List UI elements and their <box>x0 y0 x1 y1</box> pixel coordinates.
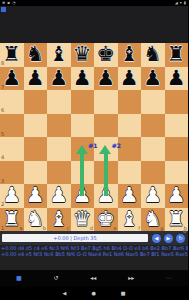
square-e2[interactable]: ♟ <box>94 184 118 208</box>
square-g8[interactable]: ♞ <box>141 43 165 67</box>
piece-black-pawn: ♟ <box>94 67 118 91</box>
square-a7[interactable]: ♟7 <box>0 67 24 91</box>
rank-label-7: 7 <box>1 85 4 90</box>
square-f8[interactable]: ♝ <box>118 43 142 67</box>
square-e6[interactable] <box>94 90 118 114</box>
square-h5[interactable] <box>165 114 189 138</box>
piece-black-knight: ♞ <box>141 43 165 67</box>
square-c7[interactable]: ♟ <box>47 67 71 91</box>
square-h7[interactable]: ♟ <box>165 67 189 91</box>
rank-label-2: 2 <box>1 202 4 207</box>
square-b7[interactable]: ♟ <box>24 67 48 91</box>
square-f7[interactable]: ♟ <box>118 67 142 91</box>
prev-move-button[interactable]: ◀ <box>152 234 161 243</box>
piece-black-pawn: ♟ <box>47 67 71 91</box>
square-c2[interactable]: ♟ <box>47 184 71 208</box>
piece-black-rook: ♜ <box>165 43 189 67</box>
piece-white-pawn: ♟ <box>165 184 189 208</box>
recents-button[interactable]: ■ <box>121 286 126 300</box>
rewind-icon[interactable]: ◂◂ <box>90 270 96 286</box>
square-d7[interactable]: ♟ <box>71 67 95 91</box>
square-f2[interactable]: ♟ <box>118 184 142 208</box>
android-nav-bar: ◀●■ <box>0 286 188 300</box>
play-button[interactable]: ▶ <box>164 234 173 243</box>
engine-line-2[interactable]: +0.00 e4 e5 Nf3 Nc6 Bb5 Nf6 O-O Nxe4 Re1… <box>0 251 188 257</box>
square-d4[interactable] <box>71 137 95 161</box>
square-f1[interactable]: ♝f <box>118 208 142 232</box>
square-h6[interactable] <box>165 90 189 114</box>
square-h2[interactable]: ♟ <box>165 184 189 208</box>
piece-white-pawn: ♟ <box>141 184 165 208</box>
square-b6[interactable] <box>24 90 48 114</box>
chess-board: ♜8♞♝♛♚♝♞♜♟7♟♟♟♟♟♟♟6543♟2♟♟♟♟♟♟♟♜1a♞b♝c♛d… <box>0 43 188 231</box>
square-b3[interactable] <box>24 161 48 185</box>
rank-label-4: 4 <box>1 155 4 160</box>
square-c5[interactable] <box>47 114 71 138</box>
home-button[interactable]: ● <box>91 286 95 300</box>
more-icon[interactable]: ⋯ <box>166 270 172 286</box>
piece-black-pawn: ♟ <box>24 67 48 91</box>
square-f3[interactable] <box>118 161 142 185</box>
piece-white-pawn: ♟ <box>24 184 48 208</box>
square-g6[interactable] <box>141 90 165 114</box>
square-a3[interactable]: 3 <box>0 161 24 185</box>
piece-black-king: ♚ <box>94 43 118 67</box>
square-a4[interactable]: 4 <box>0 137 24 161</box>
app-toolbar: ■↺◂◂▸▸⋯ <box>0 270 188 286</box>
move-list-panel[interactable] <box>0 6 188 43</box>
square-e7[interactable]: ♟ <box>94 67 118 91</box>
square-h3[interactable] <box>165 161 189 185</box>
square-a1[interactable]: ♜1a <box>0 208 24 232</box>
square-e3[interactable] <box>94 161 118 185</box>
square-g2[interactable]: ♟ <box>141 184 165 208</box>
square-c1[interactable]: ♝c <box>47 208 71 232</box>
square-e1[interactable]: ♚e <box>94 208 118 232</box>
square-h8[interactable]: ♜ <box>165 43 189 67</box>
piece-black-knight: ♞ <box>24 43 48 67</box>
square-g1[interactable]: ♞g <box>141 208 165 232</box>
piece-white-pawn: ♟ <box>94 184 118 208</box>
piece-white-pawn: ♟ <box>47 184 71 208</box>
fast-forward-icon[interactable]: ▸▸ <box>128 270 134 286</box>
analyze-button[interactable]: ↻ <box>176 234 185 243</box>
square-a2[interactable]: ♟2 <box>0 184 24 208</box>
square-e8[interactable]: ♚ <box>94 43 118 67</box>
engine-analysis-panel: +0.00 d4 d5 c4 e6 Nc3 Nf6 Nf3 Be7 Bg5 h6… <box>0 245 188 270</box>
square-a8[interactable]: ♜8 <box>0 43 24 67</box>
piece-black-pawn: ♟ <box>165 67 189 91</box>
rank-label-6: 6 <box>1 108 4 113</box>
square-g5[interactable] <box>141 114 165 138</box>
square-d5[interactable] <box>71 114 95 138</box>
square-b5[interactable] <box>24 114 48 138</box>
square-c4[interactable] <box>47 137 71 161</box>
square-b4[interactable] <box>24 137 48 161</box>
piece-white-pawn: ♟ <box>118 184 142 208</box>
square-d2[interactable]: ♟ <box>71 184 95 208</box>
piece-black-pawn: ♟ <box>118 67 142 91</box>
loop-icon[interactable]: ↺ <box>53 270 58 286</box>
rank-label-3: 3 <box>1 179 4 184</box>
piece-black-bishop: ♝ <box>47 43 71 67</box>
gear-icon[interactable]: ⚙ <box>183 229 187 234</box>
square-c8[interactable]: ♝ <box>47 43 71 67</box>
piece-white-pawn: ♟ <box>71 184 95 208</box>
square-g7[interactable]: ♟ <box>141 67 165 91</box>
engine-eval-depth-text: +0.00 | Depth 35 <box>2 234 148 242</box>
square-f6[interactable] <box>118 90 142 114</box>
rank-label-5: 5 <box>1 132 4 137</box>
square-g3[interactable] <box>141 161 165 185</box>
square-g4[interactable] <box>141 137 165 161</box>
stop-icon[interactable]: ■ <box>16 270 22 286</box>
back-button[interactable]: ◀ <box>63 286 67 300</box>
square-d1[interactable]: ♛d <box>71 208 95 232</box>
square-a6[interactable]: 6 <box>0 90 24 114</box>
square-d6[interactable] <box>71 90 95 114</box>
square-b2[interactable]: ♟ <box>24 184 48 208</box>
square-a5[interactable]: 5 <box>0 114 24 138</box>
move-cursor <box>1 7 6 12</box>
piece-black-bishop: ♝ <box>118 43 142 67</box>
engine-buttons: ◀▶↻ <box>152 234 185 243</box>
square-b8[interactable]: ♞ <box>24 43 48 67</box>
square-e4[interactable] <box>94 137 118 161</box>
engine-status-bar: +0.00 | Depth 35 ◀▶↻ ⚙ <box>0 231 188 245</box>
square-d3[interactable] <box>71 161 95 185</box>
piece-black-pawn: ♟ <box>141 67 165 91</box>
square-d8[interactable]: ♛ <box>71 43 95 67</box>
rank-label-8: 8 <box>1 61 4 66</box>
square-f5[interactable] <box>118 114 142 138</box>
piece-black-queen: ♛ <box>71 43 95 67</box>
piece-black-pawn: ♟ <box>71 67 95 91</box>
square-h4[interactable] <box>165 137 189 161</box>
square-c6[interactable] <box>47 90 71 114</box>
square-e5[interactable] <box>94 114 118 138</box>
square-c3[interactable] <box>47 161 71 185</box>
rank-label-1: 1 <box>1 226 4 231</box>
square-b1[interactable]: ♞b <box>24 208 48 232</box>
engine-progress-bar[interactable]: +0.00 | Depth 35 <box>2 234 148 242</box>
square-f4[interactable] <box>118 137 142 161</box>
